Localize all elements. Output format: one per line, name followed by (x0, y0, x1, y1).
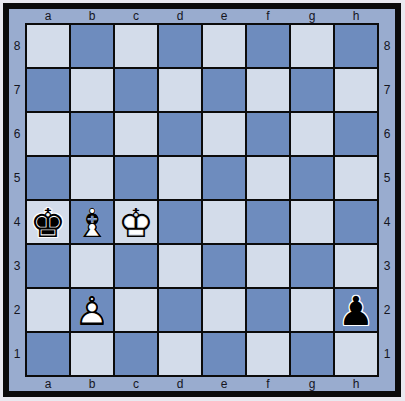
coordinate-band: abcdefgh 87654321 ♚♝♗♚♔♟♙♟ 87654321 abcd… (9, 9, 395, 391)
square-d6[interactable] (159, 113, 201, 155)
rank-label-8: 8 (9, 25, 25, 67)
piece-black-king: ♚ (27, 201, 69, 243)
square-f8[interactable] (247, 25, 289, 67)
square-a8[interactable] (27, 25, 69, 67)
file-label-d: d (159, 377, 201, 391)
square-a2[interactable] (27, 289, 69, 331)
square-d1[interactable] (159, 333, 201, 375)
square-e7[interactable] (203, 69, 245, 111)
square-g7[interactable] (291, 69, 333, 111)
square-f2[interactable] (247, 289, 289, 331)
square-h7[interactable] (335, 69, 377, 111)
square-f5[interactable] (247, 157, 289, 199)
file-label-b: b (71, 9, 113, 23)
square-c5[interactable] (115, 157, 157, 199)
rank-label-2: 2 (9, 289, 25, 331)
piece-white-pawn: ♟♙ (71, 289, 113, 331)
square-g3[interactable] (291, 245, 333, 287)
chess-diagram: abcdefgh 87654321 ♚♝♗♚♔♟♙♟ 87654321 abcd… (0, 0, 405, 401)
file-labels-bottom: abcdefgh (25, 377, 379, 391)
chess-board: ♚♝♗♚♔♟♙♟ (25, 23, 379, 377)
square-d3[interactable] (159, 245, 201, 287)
square-e4[interactable] (203, 201, 245, 243)
file-label-f: f (247, 377, 289, 391)
square-h8[interactable] (335, 25, 377, 67)
file-label-f: f (247, 9, 289, 23)
square-a7[interactable] (27, 69, 69, 111)
file-label-c: c (115, 377, 157, 391)
file-label-a: a (27, 377, 69, 391)
square-a3[interactable] (27, 245, 69, 287)
square-c7[interactable] (115, 69, 157, 111)
square-g6[interactable] (291, 113, 333, 155)
piece-white-bishop: ♝♗ (71, 201, 113, 243)
square-b7[interactable] (71, 69, 113, 111)
square-c2[interactable] (115, 289, 157, 331)
square-d2[interactable] (159, 289, 201, 331)
rank-label-3: 3 (379, 245, 395, 287)
square-g2[interactable] (291, 289, 333, 331)
square-a6[interactable] (27, 113, 69, 155)
file-label-a: a (27, 9, 69, 23)
square-b4[interactable]: ♝♗ (71, 201, 113, 243)
square-c1[interactable] (115, 333, 157, 375)
square-e2[interactable] (203, 289, 245, 331)
rank-label-8: 8 (379, 25, 395, 67)
square-h6[interactable] (335, 113, 377, 155)
rank-labels-left: 87654321 (9, 23, 25, 377)
square-g4[interactable] (291, 201, 333, 243)
square-d8[interactable] (159, 25, 201, 67)
square-g8[interactable] (291, 25, 333, 67)
square-e6[interactable] (203, 113, 245, 155)
square-h3[interactable] (335, 245, 377, 287)
square-c6[interactable] (115, 113, 157, 155)
rank-label-7: 7 (9, 69, 25, 111)
file-label-g: g (291, 377, 333, 391)
square-h2[interactable]: ♟ (335, 289, 377, 331)
square-c8[interactable] (115, 25, 157, 67)
square-b8[interactable] (71, 25, 113, 67)
rank-label-4: 4 (379, 201, 395, 243)
rank-label-6: 6 (379, 113, 395, 155)
rank-label-6: 6 (9, 113, 25, 155)
square-e3[interactable] (203, 245, 245, 287)
square-e1[interactable] (203, 333, 245, 375)
square-a5[interactable] (27, 157, 69, 199)
square-b6[interactable] (71, 113, 113, 155)
rank-label-1: 1 (9, 333, 25, 375)
rank-label-4: 4 (9, 201, 25, 243)
square-g5[interactable] (291, 157, 333, 199)
square-b2[interactable]: ♟♙ (71, 289, 113, 331)
file-label-d: d (159, 9, 201, 23)
square-f3[interactable] (247, 245, 289, 287)
board-frame: abcdefgh 87654321 ♚♝♗♚♔♟♙♟ 87654321 abcd… (3, 3, 401, 397)
square-e8[interactable] (203, 25, 245, 67)
file-label-g: g (291, 9, 333, 23)
rank-label-3: 3 (9, 245, 25, 287)
square-a4[interactable]: ♚ (27, 201, 69, 243)
square-a1[interactable] (27, 333, 69, 375)
square-e5[interactable] (203, 157, 245, 199)
file-label-e: e (203, 377, 245, 391)
rank-label-5: 5 (379, 157, 395, 199)
square-d5[interactable] (159, 157, 201, 199)
square-d7[interactable] (159, 69, 201, 111)
square-f1[interactable] (247, 333, 289, 375)
rank-label-7: 7 (379, 69, 395, 111)
square-h5[interactable] (335, 157, 377, 199)
square-c3[interactable] (115, 245, 157, 287)
square-f4[interactable] (247, 201, 289, 243)
file-label-b: b (71, 377, 113, 391)
file-label-c: c (115, 9, 157, 23)
square-g1[interactable] (291, 333, 333, 375)
rank-label-1: 1 (379, 333, 395, 375)
square-h1[interactable] (335, 333, 377, 375)
file-label-h: h (335, 9, 377, 23)
file-labels-top: abcdefgh (25, 9, 379, 23)
square-f7[interactable] (247, 69, 289, 111)
square-c4[interactable]: ♚♔ (115, 201, 157, 243)
file-label-h: h (335, 377, 377, 391)
rank-label-5: 5 (9, 157, 25, 199)
rank-label-2: 2 (379, 289, 395, 331)
piece-white-king: ♚♔ (115, 201, 157, 243)
square-b5[interactable] (71, 157, 113, 199)
piece-black-pawn: ♟ (335, 289, 377, 331)
square-b1[interactable] (71, 333, 113, 375)
square-d4[interactable] (159, 201, 201, 243)
file-label-e: e (203, 9, 245, 23)
square-h4[interactable] (335, 201, 377, 243)
square-f6[interactable] (247, 113, 289, 155)
square-b3[interactable] (71, 245, 113, 287)
rank-labels-right: 87654321 (379, 23, 395, 377)
